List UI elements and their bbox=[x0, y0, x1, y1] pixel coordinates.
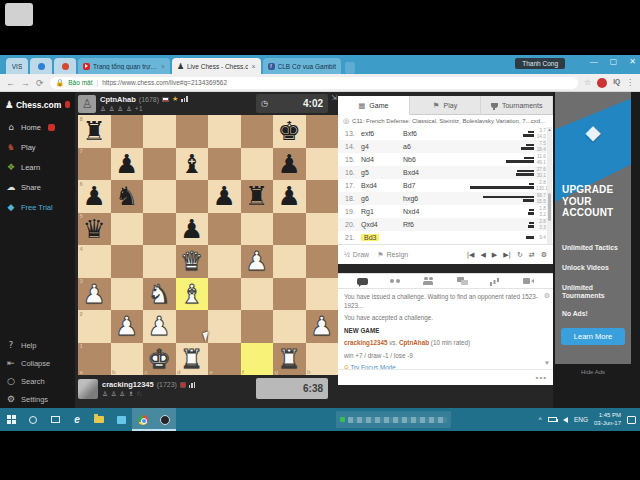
chat-area: ⚙ You have issued a challenge. Waiting t… bbox=[338, 273, 553, 385]
move-row[interactable]: 17.Bxd4Bd72.8130.1 bbox=[338, 179, 553, 192]
play-tab-icon: ⚑ bbox=[433, 101, 440, 110]
black-pawn[interactable]: ♟ bbox=[208, 180, 241, 213]
taskbar-clock[interactable]: 1:45 PM03-Jun-17 bbox=[594, 412, 621, 427]
black-queen[interactable]: ♛ bbox=[78, 213, 111, 246]
panel-tab-label: Game bbox=[369, 102, 388, 109]
square-c3[interactable]: ♞ bbox=[143, 278, 176, 311]
file-label: f bbox=[242, 369, 244, 375]
sidebar-item-label: Home bbox=[21, 123, 41, 132]
clock-icon: ◷ bbox=[261, 99, 268, 108]
square-b4[interactable] bbox=[111, 245, 144, 278]
ad-feature: Unlimited Tactics bbox=[562, 244, 618, 252]
black-move[interactable]: Nxd4 bbox=[403, 208, 455, 215]
extension-record-icon[interactable] bbox=[597, 78, 607, 88]
tab-title: Trang tổng quan trực ti bbox=[93, 63, 158, 70]
square-h2[interactable]: ♟ bbox=[306, 310, 339, 343]
sidebar-item-share[interactable]: ☁Share bbox=[0, 177, 75, 197]
bottom-player-rating: (1723) bbox=[157, 381, 177, 388]
stats-tab-icon[interactable] bbox=[490, 277, 501, 286]
white-pawn[interactable]: ♟ bbox=[306, 310, 339, 343]
chat-messages: ⚙ You have issued a challenge. Waiting t… bbox=[338, 289, 553, 369]
refresh-icon[interactable]: ↻ bbox=[517, 251, 523, 259]
square-f7[interactable] bbox=[241, 148, 274, 181]
sidebar-item-search[interactable]: ○Search bbox=[0, 372, 75, 390]
ad-feature: Unlock Videos bbox=[562, 264, 609, 272]
help-icon: ? bbox=[6, 340, 16, 350]
move-number: 15. bbox=[345, 156, 361, 163]
square-e1[interactable]: e bbox=[208, 343, 241, 376]
opening-icon: ◎ bbox=[343, 117, 349, 125]
panel-tab-tournaments[interactable]: Tournaments bbox=[481, 96, 553, 115]
white-rook[interactable]: ♜ bbox=[273, 343, 306, 376]
file-label: e bbox=[210, 369, 213, 375]
store-icon[interactable] bbox=[110, 408, 132, 431]
move-time-bars bbox=[455, 183, 536, 189]
tab-title: VIS bbox=[12, 63, 22, 70]
black-bishop[interactable]: ♝ bbox=[176, 148, 209, 181]
square-h5[interactable] bbox=[306, 213, 339, 246]
sidebar-item-label: Free Trial bbox=[21, 203, 53, 212]
chat-message: You have accepted a challenge. bbox=[344, 314, 543, 323]
black-move[interactable]: hxg6 bbox=[403, 195, 455, 202]
rank-label: 2 bbox=[80, 311, 83, 317]
sidebar-item-label: Learn bbox=[21, 163, 40, 172]
red-favicon bbox=[62, 63, 69, 70]
move-number: 20. bbox=[345, 221, 361, 228]
square-d1[interactable]: d♜ bbox=[176, 343, 209, 376]
square-b2[interactable]: ♟ bbox=[111, 310, 144, 343]
sidebar-item-play[interactable]: ♞Play bbox=[0, 137, 75, 157]
flip-board-icon[interactable]: ⇄ bbox=[529, 251, 535, 259]
rooms-tab-icon[interactable] bbox=[457, 277, 468, 286]
square-c8[interactable] bbox=[143, 115, 176, 148]
square-a1[interactable]: 1a bbox=[78, 343, 111, 376]
task-view-icon[interactable] bbox=[44, 408, 66, 431]
square-d7[interactable]: ♝ bbox=[176, 148, 209, 181]
move-number: 19. bbox=[345, 208, 361, 215]
move-number: 18. bbox=[345, 195, 361, 202]
new-tab-button[interactable] bbox=[345, 62, 355, 74]
sidebar-item-home[interactable]: ⌂Home bbox=[0, 117, 75, 137]
browser-tab[interactable] bbox=[30, 58, 52, 74]
square-g3[interactable] bbox=[273, 278, 306, 311]
search-icon: ○ bbox=[6, 376, 16, 386]
sidebar-item-label: Search bbox=[21, 377, 45, 386]
white-king[interactable]: ♚ bbox=[143, 343, 176, 376]
black-rook[interactable]: ♜ bbox=[78, 115, 111, 148]
square-e8[interactable] bbox=[208, 115, 241, 148]
square-h4[interactable] bbox=[306, 245, 339, 278]
notification-badge bbox=[48, 124, 55, 131]
game-controls: ½Draw ⚑Resign |◀◀▶▶|↻⇄⚙ bbox=[338, 244, 553, 264]
tab-close-icon[interactable]: × bbox=[161, 63, 165, 70]
black-pawn[interactable]: ♟ bbox=[176, 213, 209, 246]
panel-tab-label: Tournaments bbox=[502, 102, 542, 109]
square-c1[interactable]: c♚ bbox=[143, 343, 176, 376]
white-move[interactable]: Rg1 bbox=[361, 208, 403, 215]
secure-lock-icon: 🔒 bbox=[56, 79, 65, 87]
cortana-search-icon[interactable] bbox=[22, 408, 44, 431]
square-d8[interactable] bbox=[176, 115, 209, 148]
go-end-icon[interactable]: ▶| bbox=[503, 251, 511, 259]
white-pawn[interactable]: ♟ bbox=[78, 278, 111, 311]
move-number: 16. bbox=[345, 169, 361, 176]
go-back-icon[interactable]: ◀ bbox=[480, 251, 485, 259]
settings-icon[interactable]: ⚙ bbox=[541, 251, 547, 259]
white-knight[interactable]: ♞ bbox=[143, 278, 176, 311]
white-rook[interactable]: ♜ bbox=[176, 343, 209, 376]
move-number: 14. bbox=[345, 143, 361, 150]
file-label: b bbox=[112, 369, 116, 375]
action-center-icon[interactable] bbox=[627, 416, 636, 424]
black-pawn[interactable]: ♟ bbox=[78, 180, 111, 213]
home-icon: ⌂ bbox=[6, 122, 16, 132]
white-move[interactable]: Bxd4 bbox=[361, 182, 403, 189]
square-f6[interactable]: ♜ bbox=[241, 180, 274, 213]
square-b7[interactable]: ♟ bbox=[111, 148, 144, 181]
black-pawn[interactable]: ♟ bbox=[273, 180, 306, 213]
video-watermark-logo bbox=[5, 3, 33, 26]
blue-favicon bbox=[38, 63, 45, 70]
file-label: h bbox=[307, 369, 311, 375]
move-time-bars bbox=[455, 236, 536, 239]
opening-name: C11: French Defense: Classical, Steinitz… bbox=[352, 118, 548, 124]
move-number: 21. bbox=[345, 234, 361, 241]
browser-tab[interactable]: VIS bbox=[6, 58, 28, 74]
white-move[interactable]: g6 bbox=[361, 195, 403, 202]
forward-icon[interactable]: → bbox=[21, 78, 30, 88]
scroll-up-icon[interactable]: ▲ bbox=[547, 127, 552, 132]
square-c4[interactable] bbox=[143, 245, 176, 278]
ad-feature: Unlimited Tournaments bbox=[562, 284, 631, 300]
chat-settings-icon[interactable]: ⚙ bbox=[544, 292, 550, 301]
square-f4[interactable]: ♟ bbox=[241, 245, 274, 278]
square-c7[interactable] bbox=[143, 148, 176, 181]
square-b3[interactable] bbox=[111, 278, 144, 311]
sidebar-item-label: Collapse bbox=[21, 359, 50, 368]
chess-pawn-favicon: ♟ bbox=[177, 63, 184, 70]
resign-button[interactable]: ⚑Resign bbox=[377, 251, 408, 259]
square-h3[interactable] bbox=[306, 278, 339, 311]
edge-icon[interactable]: e bbox=[66, 408, 88, 431]
top-player-captured-pieces: ♙ ♙ ♙ ♙ +1 bbox=[100, 105, 188, 113]
rank-label: 4 bbox=[80, 246, 83, 252]
black-move[interactable]: Bxf6 bbox=[403, 130, 455, 137]
square-f5[interactable] bbox=[241, 213, 274, 246]
white-pawn[interactable]: ♟ bbox=[111, 310, 144, 343]
black-move[interactable]: Bxd4 bbox=[403, 169, 455, 176]
focus-mode-link[interactable]: Try Focus Mode bbox=[350, 364, 395, 369]
hide-ads-link[interactable]: Hide Ads bbox=[553, 369, 633, 375]
chat-message: win +7 / draw -1 / lose -9 bbox=[344, 352, 543, 361]
browser-tab[interactable]: fCLB Cờ vua Gambit bbox=[263, 58, 341, 74]
observers-tab-icon[interactable] bbox=[390, 277, 401, 286]
chesscom-pawn-icon: ♟ bbox=[5, 99, 14, 110]
chrome-taskbar-icon[interactable] bbox=[132, 408, 154, 431]
square-h7[interactable] bbox=[306, 148, 339, 181]
square-g8[interactable]: ♚ bbox=[273, 115, 306, 148]
white-move[interactable]: g4 bbox=[361, 143, 403, 150]
move-list[interactable]: 13.exf6Bxf63.714.014.g4a67.518.415.Nd4Nb… bbox=[338, 127, 553, 244]
game-panel: ▦Game⚑PlayTournaments ◎ C11: French Defe… bbox=[338, 92, 553, 408]
chat-message: cracking12345 vs. CptnAhab (10 min rated… bbox=[344, 339, 543, 348]
square-d4[interactable]: ♛ bbox=[176, 245, 209, 278]
system-tray: ^ ENG 1:45 PM03-Jun-17 bbox=[539, 412, 640, 427]
move-row[interactable]: 20.Qxd4Rf62.83.3 bbox=[338, 218, 553, 231]
square-f8[interactable] bbox=[241, 115, 274, 148]
move-row[interactable]: 19.Rg1Nxd41.83.2 bbox=[338, 205, 553, 218]
start-button[interactable] bbox=[0, 408, 22, 431]
ad-feature: No Ads! bbox=[562, 310, 588, 318]
square-h1[interactable]: h bbox=[306, 343, 339, 376]
move-list-scrollbar[interactable]: ▲ bbox=[547, 127, 552, 244]
tab-title: Live Chess - Chess.c bbox=[187, 63, 248, 70]
chat-message: You have issued a challenge. Waiting to … bbox=[344, 293, 543, 310]
reload-icon[interactable]: ⟳ bbox=[36, 78, 44, 88]
white-move[interactable]: exf6 bbox=[361, 130, 403, 137]
square-b6[interactable]: ♞ bbox=[111, 180, 144, 213]
ad-column: ◆ UPGRADEYOURACCOUNT Unlimited TacticsUn… bbox=[553, 92, 640, 408]
white-move[interactable]: Bd3 bbox=[361, 234, 403, 241]
file-explorer-icon[interactable] bbox=[88, 408, 110, 431]
minimize-button[interactable]: — bbox=[590, 57, 598, 66]
sidebar-item-label: Help bbox=[21, 341, 36, 350]
ad-title: UPGRADEYOURACCOUNT bbox=[562, 184, 613, 219]
players-tab-icon[interactable] bbox=[423, 277, 434, 286]
windows-taskbar: e ^ ENG 1:45 PM03-Jun-17 bbox=[0, 408, 640, 431]
move-time-bars bbox=[455, 157, 536, 163]
browser-profile-badge[interactable]: Thanh Cong bbox=[515, 58, 565, 69]
site-sidebar: ♟ Chess.com ⌂Home♞Play❖Learn☁Share◆Free … bbox=[0, 92, 75, 408]
square-g2[interactable] bbox=[273, 310, 306, 343]
square-a3[interactable]: 3♟ bbox=[78, 278, 111, 311]
black-knight[interactable]: ♞ bbox=[111, 180, 144, 213]
url-text: https://www.chess.com/live#g=2134369562 bbox=[102, 79, 227, 86]
square-d3[interactable]: ♝ bbox=[176, 278, 209, 311]
youtube-favicon bbox=[83, 63, 90, 70]
square-c2[interactable]: ♟ bbox=[143, 310, 176, 343]
square-a2[interactable]: 2 bbox=[78, 310, 111, 343]
move-number: 17. bbox=[345, 182, 361, 189]
focus-mode-icon: ⚲ bbox=[344, 364, 349, 369]
top-player-name[interactable]: CptnAhab bbox=[100, 95, 136, 104]
square-a7[interactable]: 7 bbox=[78, 148, 111, 181]
bottom-player-flag-icon bbox=[180, 382, 186, 388]
square-f2[interactable] bbox=[241, 310, 274, 343]
battery-icon[interactable] bbox=[548, 417, 557, 422]
square-a8[interactable]: 8♜ bbox=[78, 115, 111, 148]
tab-close-icon[interactable]: × bbox=[251, 63, 255, 70]
file-label: a bbox=[80, 369, 83, 375]
white-pawn[interactable]: ♟ bbox=[143, 310, 176, 343]
chat-input[interactable] bbox=[344, 373, 536, 383]
hidden-icons-chevron[interactable]: ^ bbox=[539, 416, 542, 423]
top-player-rating: (1678) bbox=[139, 96, 159, 103]
sidebar-item-free-trial[interactable]: ◆Free Trial bbox=[0, 197, 75, 217]
trophy-icon bbox=[491, 103, 498, 108]
top-player-bar: ♙ CptnAhab (1678) ★ ♙ ♙ ♙ ♙ +1 ◷ bbox=[75, 92, 338, 115]
black-player-link[interactable]: CptnAhab bbox=[399, 339, 429, 346]
share-icon: ☁ bbox=[6, 182, 16, 192]
square-e2[interactable] bbox=[208, 310, 241, 343]
video-tab-icon[interactable] bbox=[523, 277, 534, 286]
maximize-button[interactable]: ▢ bbox=[610, 57, 618, 66]
bottom-player-captured-pieces: ♙ ♙ ♙ ♗ ♘ bbox=[102, 390, 195, 398]
url-divider: | bbox=[97, 79, 99, 86]
black-rook[interactable]: ♜ bbox=[241, 180, 274, 213]
square-f3[interactable] bbox=[241, 278, 274, 311]
move-row[interactable]: 21.Bd39.4 bbox=[338, 231, 553, 244]
tab-title: CLB Cờ vua Gambit bbox=[278, 63, 336, 70]
square-e7[interactable] bbox=[208, 148, 241, 181]
top-player-avatar[interactable]: ♙ bbox=[78, 95, 96, 113]
bottom-player-connection-icon bbox=[189, 382, 196, 388]
address-bar: ← → ⟳ 🔒 Bảo mật | https://www.chess.com/… bbox=[0, 74, 640, 92]
black-pawn[interactable]: ♟ bbox=[111, 148, 144, 181]
bottom-player-bar: cracking12345 (1723) ♙ ♙ ♙ ♗ ♘ 6:38 bbox=[75, 375, 338, 403]
sidebar-item-learn[interactable]: ❖Learn bbox=[0, 157, 75, 177]
square-f1[interactable]: f bbox=[241, 343, 274, 376]
obs-taskbar-icon[interactable] bbox=[154, 408, 176, 431]
sidebar-item-label: Play bbox=[21, 143, 36, 152]
square-e4[interactable] bbox=[208, 245, 241, 278]
play-icon: ♞ bbox=[6, 142, 16, 152]
panel-tab-label: Play bbox=[444, 102, 458, 109]
white-move[interactable]: Nd4 bbox=[361, 156, 403, 163]
square-h6[interactable] bbox=[306, 180, 339, 213]
top-player-clock: ◷ 4:02 bbox=[256, 94, 328, 113]
settings-icon: ⚙ bbox=[6, 394, 16, 404]
square-h8[interactable] bbox=[306, 115, 339, 148]
learn-more-button[interactable]: Learn More bbox=[561, 328, 625, 345]
black-move[interactable]: a6 bbox=[403, 143, 455, 150]
square-e5[interactable] bbox=[208, 213, 241, 246]
top-player-flag-icon bbox=[162, 97, 169, 102]
close-button[interactable]: ✕ bbox=[629, 57, 636, 66]
facebook-favicon: f bbox=[268, 63, 275, 70]
square-e6[interactable]: ♟ bbox=[208, 180, 241, 213]
draw-button[interactable]: ½Draw bbox=[344, 251, 369, 258]
back-icon[interactable]: ← bbox=[6, 78, 15, 88]
speaker-icon[interactable] bbox=[563, 417, 568, 423]
square-g6[interactable]: ♟ bbox=[273, 180, 306, 213]
browser-tab-strip: VISTrang tổng quan trực ti×♟Live Chess -… bbox=[0, 55, 640, 74]
rank-label: 7 bbox=[80, 148, 83, 154]
square-c5[interactable] bbox=[143, 213, 176, 246]
extension-iq-icon[interactable]: IQ bbox=[613, 78, 620, 88]
sidebar-item-label: Settings bbox=[21, 395, 48, 404]
move-time-bars bbox=[455, 170, 536, 176]
desktop-screen: VISTrang tổng quan trực ti×♟Live Chess -… bbox=[0, 0, 640, 480]
square-g1[interactable]: g♜ bbox=[273, 343, 306, 376]
board-column: ♙ CptnAhab (1678) ★ ♙ ♙ ♙ ♙ +1 ◷ bbox=[75, 92, 338, 408]
bottom-player-name[interactable]: cracking12345 bbox=[102, 380, 154, 389]
bottom-player-clock: 6:38 bbox=[256, 378, 328, 399]
chat-input-row: ••• bbox=[338, 369, 553, 385]
move-time-bars bbox=[455, 209, 536, 215]
black-king[interactable]: ♚ bbox=[273, 115, 306, 148]
move-row[interactable]: 18.g6hxg698.715.5 bbox=[338, 192, 553, 205]
bookmark-star-icon[interactable]: ☆ bbox=[584, 78, 591, 87]
language-indicator[interactable]: ENG bbox=[574, 416, 588, 423]
go-start-icon[interactable]: |◀ bbox=[467, 251, 475, 259]
browser-tab[interactable]: ♟Live Chess - Chess.c× bbox=[172, 58, 261, 74]
move-row[interactable]: 13.exf6Bxf63.714.0 bbox=[338, 127, 553, 140]
square-d5[interactable]: ♟ bbox=[176, 213, 209, 246]
panel-tab-play[interactable]: ⚑Play bbox=[410, 96, 482, 115]
square-a4[interactable]: 4 bbox=[78, 245, 111, 278]
secure-label: Bảo mật bbox=[68, 79, 92, 86]
square-a6[interactable]: 6♟ bbox=[78, 180, 111, 213]
black-move[interactable]: Nb6 bbox=[403, 156, 455, 163]
square-b1[interactable]: b bbox=[111, 343, 144, 376]
white-bishop[interactable]: ♝ bbox=[176, 278, 209, 311]
move-row[interactable]: 14.g4a67.518.4 bbox=[338, 140, 553, 153]
chesscom-logo[interactable]: ♟ Chess.com bbox=[0, 96, 75, 113]
white-move[interactable]: g5 bbox=[361, 169, 403, 176]
notification-badge bbox=[65, 101, 70, 108]
white-queen[interactable]: ♛ bbox=[176, 245, 209, 278]
collapse-icon: ⇤ bbox=[6, 358, 16, 368]
square-c6[interactable] bbox=[143, 180, 176, 213]
chat-message: NEW GAME bbox=[344, 327, 543, 336]
square-g5[interactable] bbox=[273, 213, 306, 246]
chat-scroll-down-icon[interactable]: ▼ bbox=[544, 359, 550, 367]
page-content: ♟ Chess.com ⌂Home♞Play❖Learn☁Share◆Free … bbox=[0, 92, 640, 408]
opening-name-row: ◎ C11: French Defense: Classical, Steini… bbox=[338, 115, 553, 127]
white-move[interactable]: Qxd4 bbox=[361, 221, 403, 228]
move-time-bars bbox=[455, 196, 536, 202]
black-pawn[interactable]: ♟ bbox=[273, 148, 306, 181]
chat-message: ⚲ Try Focus Mode bbox=[344, 364, 543, 369]
square-b5[interactable] bbox=[111, 213, 144, 246]
square-e3[interactable] bbox=[208, 278, 241, 311]
move-number: 13. bbox=[345, 130, 361, 137]
square-g4[interactable] bbox=[273, 245, 306, 278]
black-move[interactable]: Rf6 bbox=[403, 221, 455, 228]
sidebar-item-help[interactable]: ?Help bbox=[0, 336, 75, 354]
chat-tabs bbox=[338, 274, 553, 289]
panel-tab-game[interactable]: ▦Game bbox=[338, 96, 410, 115]
go-forward-icon[interactable]: ▶ bbox=[492, 251, 497, 259]
top-player-connection-icon bbox=[181, 96, 188, 102]
square-a5[interactable]: 5♛ bbox=[78, 213, 111, 246]
sidebar-item-settings[interactable]: ⚙Settings bbox=[0, 390, 75, 408]
bottom-player-avatar[interactable] bbox=[78, 379, 98, 399]
chat-tab-icon[interactable] bbox=[357, 278, 368, 285]
white-pawn[interactable]: ♟ bbox=[241, 245, 274, 278]
url-box[interactable]: 🔒 Bảo mật | https://www.chess.com/live#g… bbox=[50, 77, 578, 89]
sidebar-item-collapse[interactable]: ⇤Collapse bbox=[0, 354, 75, 372]
browser-tab[interactable]: Trang tổng quan trực ti× bbox=[78, 58, 170, 74]
square-g7[interactable]: ♟ bbox=[273, 148, 306, 181]
move-row[interactable]: 15.Nd4Nb611.649.1 bbox=[338, 153, 553, 166]
square-b8[interactable] bbox=[111, 115, 144, 148]
taskbar-window-button[interactable] bbox=[336, 411, 451, 428]
upgrade-ad[interactable]: ◆ UPGRADEYOURACCOUNT Unlimited TacticsUn… bbox=[555, 92, 631, 364]
white-player-link[interactable]: cracking12345 bbox=[344, 339, 387, 346]
move-time-bars bbox=[455, 131, 536, 137]
browser-window: VISTrang tổng quan trực ti×♟Live Chess -… bbox=[0, 55, 640, 431]
move-row[interactable]: 16.g5Bxd427.630.1 bbox=[338, 166, 553, 179]
chat-more-icon[interactable]: ••• bbox=[536, 373, 547, 382]
square-d6[interactable] bbox=[176, 180, 209, 213]
black-move[interactable]: Bd7 bbox=[403, 182, 455, 189]
expand-board-icon[interactable]: ⇲ bbox=[331, 94, 337, 102]
browser-menu-icon[interactable]: ⋮ bbox=[626, 78, 634, 87]
browser-tab[interactable] bbox=[54, 58, 76, 74]
square-d2[interactable] bbox=[176, 310, 209, 343]
